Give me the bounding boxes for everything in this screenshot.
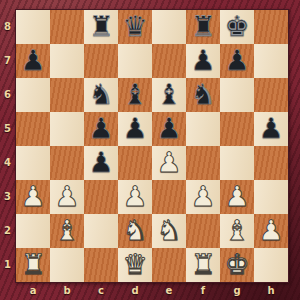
square-h1[interactable] (254, 248, 288, 282)
file-label-f: f (186, 283, 220, 300)
square-h2[interactable]: ♟ (254, 214, 288, 248)
square-c5[interactable]: ♟ (84, 112, 118, 146)
square-e7[interactable] (152, 44, 186, 78)
file-label-c: c (84, 283, 118, 300)
square-f1[interactable]: ♜ (186, 248, 220, 282)
square-h3[interactable] (254, 180, 288, 214)
square-b7[interactable] (50, 44, 84, 78)
square-e4[interactable]: ♟ (152, 146, 186, 180)
square-c6[interactable]: ♞ (84, 78, 118, 112)
square-a2[interactable] (16, 214, 50, 248)
file-label-g: g (220, 283, 254, 300)
piece-black-pawn[interactable]: ♟ (190, 44, 215, 78)
piece-black-knight[interactable]: ♞ (88, 78, 113, 112)
file-label-e: e (152, 283, 186, 300)
square-d5[interactable]: ♟ (118, 112, 152, 146)
rank-label-6: 6 (0, 78, 15, 112)
square-f6[interactable]: ♞ (186, 78, 220, 112)
square-g7[interactable]: ♟ (220, 44, 254, 78)
square-a3[interactable]: ♟ (16, 180, 50, 214)
square-f2[interactable] (186, 214, 220, 248)
square-c3[interactable] (84, 180, 118, 214)
piece-black-pawn[interactable]: ♟ (224, 44, 249, 78)
square-g2[interactable]: ♝ (220, 214, 254, 248)
piece-black-rook[interactable]: ♜ (88, 10, 113, 44)
file-label-a: a (16, 283, 50, 300)
piece-white-pawn[interactable]: ♟ (54, 180, 79, 214)
piece-white-rook[interactable]: ♜ (20, 248, 45, 282)
square-f4[interactable] (186, 146, 220, 180)
piece-white-king[interactable]: ♚ (224, 248, 249, 282)
piece-white-pawn[interactable]: ♟ (156, 146, 181, 180)
square-f5[interactable] (186, 112, 220, 146)
piece-black-king[interactable]: ♚ (224, 10, 249, 44)
square-f8[interactable]: ♜ (186, 10, 220, 44)
piece-black-pawn[interactable]: ♟ (20, 44, 45, 78)
piece-black-knight[interactable]: ♞ (190, 78, 215, 112)
square-h4[interactable] (254, 146, 288, 180)
square-c2[interactable] (84, 214, 118, 248)
rank-label-2: 2 (0, 214, 15, 248)
square-g3[interactable]: ♟ (220, 180, 254, 214)
piece-white-pawn[interactable]: ♟ (20, 180, 45, 214)
square-b3[interactable]: ♟ (50, 180, 84, 214)
square-h5[interactable]: ♟ (254, 112, 288, 146)
piece-white-pawn[interactable]: ♟ (224, 180, 249, 214)
board-frame: ♜♛♜♚♟♟♟♞♝♝♞♟♟♟♟♟♟♟♟♟♟♟♝♞♞♝♟♜♛♜♚ 87654321… (0, 0, 300, 300)
piece-white-pawn[interactable]: ♟ (122, 180, 147, 214)
square-a4[interactable] (16, 146, 50, 180)
square-d2[interactable]: ♞ (118, 214, 152, 248)
square-b6[interactable] (50, 78, 84, 112)
piece-black-pawn[interactable]: ♟ (88, 146, 113, 180)
rank-label-1: 1 (0, 248, 15, 282)
square-e2[interactable]: ♞ (152, 214, 186, 248)
file-label-h: h (254, 283, 288, 300)
square-c7[interactable] (84, 44, 118, 78)
square-e5[interactable]: ♟ (152, 112, 186, 146)
square-f3[interactable]: ♟ (186, 180, 220, 214)
piece-black-queen[interactable]: ♛ (122, 10, 147, 44)
square-b5[interactable] (50, 112, 84, 146)
square-g4[interactable] (220, 146, 254, 180)
square-h8[interactable] (254, 10, 288, 44)
piece-white-bishop[interactable]: ♝ (54, 214, 79, 248)
square-d7[interactable] (118, 44, 152, 78)
rank-label-5: 5 (0, 112, 15, 146)
square-g8[interactable]: ♚ (220, 10, 254, 44)
piece-white-queen[interactable]: ♛ (122, 248, 147, 282)
square-f7[interactable]: ♟ (186, 44, 220, 78)
piece-white-knight[interactable]: ♞ (122, 214, 147, 248)
board: ♜♛♜♚♟♟♟♞♝♝♞♟♟♟♟♟♟♟♟♟♟♟♝♞♞♝♟♜♛♜♚ (15, 9, 289, 283)
square-b8[interactable] (50, 10, 84, 44)
square-c1[interactable] (84, 248, 118, 282)
rank-label-3: 3 (0, 180, 15, 214)
square-e3[interactable] (152, 180, 186, 214)
piece-black-pawn[interactable]: ♟ (122, 112, 147, 146)
square-h7[interactable] (254, 44, 288, 78)
square-c4[interactable]: ♟ (84, 146, 118, 180)
square-a1[interactable]: ♜ (16, 248, 50, 282)
piece-white-bishop[interactable]: ♝ (224, 214, 249, 248)
square-e8[interactable] (152, 10, 186, 44)
square-a5[interactable] (16, 112, 50, 146)
piece-white-pawn[interactable]: ♟ (190, 180, 215, 214)
rank-label-8: 8 (0, 10, 15, 44)
piece-white-pawn[interactable]: ♟ (258, 214, 283, 248)
piece-white-knight[interactable]: ♞ (156, 214, 181, 248)
square-b2[interactable]: ♝ (50, 214, 84, 248)
rank-label-4: 4 (0, 146, 15, 180)
square-b1[interactable] (50, 248, 84, 282)
square-d3[interactable]: ♟ (118, 180, 152, 214)
square-g5[interactable] (220, 112, 254, 146)
square-e6[interactable]: ♝ (152, 78, 186, 112)
piece-black-pawn[interactable]: ♟ (88, 112, 113, 146)
square-b4[interactable] (50, 146, 84, 180)
square-d6[interactable]: ♝ (118, 78, 152, 112)
square-a6[interactable] (16, 78, 50, 112)
square-g6[interactable] (220, 78, 254, 112)
square-d4[interactable] (118, 146, 152, 180)
piece-white-rook[interactable]: ♜ (190, 248, 215, 282)
piece-black-rook[interactable]: ♜ (190, 10, 215, 44)
square-g1[interactable]: ♚ (220, 248, 254, 282)
square-c8[interactable]: ♜ (84, 10, 118, 44)
piece-black-pawn[interactable]: ♟ (156, 112, 181, 146)
square-e1[interactable] (152, 248, 186, 282)
square-a7[interactable]: ♟ (16, 44, 50, 78)
piece-black-pawn[interactable]: ♟ (258, 112, 283, 146)
square-d1[interactable]: ♛ (118, 248, 152, 282)
rank-label-7: 7 (0, 44, 15, 78)
piece-black-bishop[interactable]: ♝ (122, 78, 147, 112)
square-d8[interactable]: ♛ (118, 10, 152, 44)
piece-black-bishop[interactable]: ♝ (156, 78, 181, 112)
file-label-d: d (118, 283, 152, 300)
square-a8[interactable] (16, 10, 50, 44)
square-h6[interactable] (254, 78, 288, 112)
file-label-b: b (50, 283, 84, 300)
